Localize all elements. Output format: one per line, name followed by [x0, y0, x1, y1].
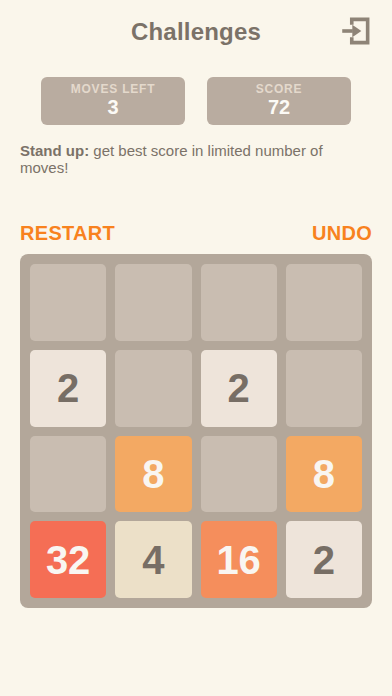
score-box: SCORE 72 [207, 77, 351, 125]
tile-8: 8 [286, 436, 362, 513]
game-board[interactable]: 2288324162 [20, 254, 372, 608]
moves-left-value: 3 [107, 96, 118, 119]
tile-16: 16 [201, 521, 277, 598]
exit-button[interactable] [338, 13, 374, 49]
empty-cell [115, 264, 191, 341]
score-label: SCORE [256, 83, 303, 97]
empty-cell [286, 264, 362, 341]
tile-32: 32 [30, 521, 106, 598]
tile-8: 8 [115, 436, 191, 513]
header: Challenges [0, 0, 392, 56]
page-title: Challenges [0, 18, 392, 46]
stats-row: MOVES LEFT 3 SCORE 72 [0, 77, 392, 125]
empty-cell [30, 264, 106, 341]
tile-4: 4 [115, 521, 191, 598]
empty-cell [286, 350, 362, 427]
empty-cell [115, 350, 191, 427]
challenge-description: Stand up: get best score in limited numb… [20, 142, 372, 176]
score-value: 72 [268, 96, 290, 119]
empty-cell [201, 264, 277, 341]
empty-cell [201, 436, 277, 513]
controls-row: RESTART UNDO [20, 222, 372, 245]
tile-2: 2 [201, 350, 277, 427]
empty-cell [30, 436, 106, 513]
restart-button[interactable]: RESTART [20, 222, 115, 245]
undo-button[interactable]: UNDO [312, 222, 372, 245]
tile-2: 2 [30, 350, 106, 427]
moves-left-box: MOVES LEFT 3 [41, 77, 185, 125]
tile-2: 2 [286, 521, 362, 598]
moves-left-label: MOVES LEFT [71, 83, 156, 97]
exit-icon [338, 37, 374, 52]
challenge-name: Stand up: [20, 142, 89, 159]
